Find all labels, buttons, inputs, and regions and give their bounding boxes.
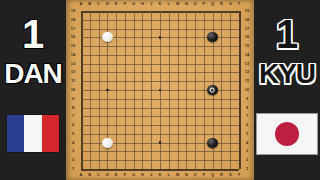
coordinate-label: M: [176, 2, 179, 6]
coordinate-label: B: [88, 173, 91, 177]
board-intersection: [77, 148, 86, 156]
board-intersection: [156, 148, 165, 156]
board-intersection: [199, 156, 208, 164]
board-intersection: [218, 129, 227, 137]
board-intersection: [94, 15, 103, 23]
board-intersection: [130, 148, 139, 156]
board-intersection: [113, 32, 122, 43]
coordinate-label: 19: [245, 9, 249, 13]
board-intersection: [102, 148, 113, 156]
board-intersection: [226, 104, 235, 112]
coordinate-label: 4: [246, 141, 248, 145]
board-intersection: [94, 76, 103, 84]
coordinate-label: R: [220, 2, 223, 6]
board-intersection: [235, 165, 244, 173]
star-point: [106, 89, 109, 92]
coordinate-label: H: [141, 173, 144, 177]
board-intersection: [102, 95, 113, 103]
board-intersection: [113, 129, 122, 137]
board-intersection: [77, 95, 86, 103]
board-intersection: [235, 51, 244, 59]
board-intersection: [226, 32, 235, 43]
board-intersection: [130, 7, 139, 15]
board-intersection: [181, 112, 190, 120]
coordinate-label: 5: [72, 132, 74, 136]
board-intersection: [173, 24, 182, 32]
coordinate-label: 15: [71, 44, 75, 48]
board-intersection: [102, 85, 113, 96]
coordinate-label: N: [185, 2, 188, 6]
board-intersection: [181, 95, 190, 103]
coordinate-label: 17: [71, 27, 75, 31]
board-intersection: [156, 68, 165, 76]
board-intersection: [181, 24, 190, 32]
board-intersection: [147, 24, 156, 32]
board-intersection: [94, 148, 103, 156]
board-intersection: [77, 7, 86, 15]
coordinate-label: L: [168, 2, 170, 6]
board-intersection: [156, 24, 165, 32]
board-intersection: [190, 51, 199, 59]
board-intersection: [130, 95, 139, 103]
board-intersection: [199, 51, 208, 59]
board-intersection: [199, 42, 208, 50]
coordinate-label: 11: [245, 79, 249, 83]
board-intersection: [181, 85, 190, 96]
board-intersection: [94, 121, 103, 129]
board-intersection: [199, 15, 208, 23]
board-intersection: [77, 112, 86, 120]
board-intersection: [199, 24, 208, 32]
board-intersection: [190, 32, 199, 43]
board-intersection: [235, 148, 244, 156]
black-stone: [207, 138, 218, 149]
board-intersection: [164, 32, 173, 43]
board-intersection: [190, 85, 199, 96]
star-point: [159, 141, 162, 144]
board-intersection: [156, 165, 165, 173]
board-intersection: [218, 85, 227, 96]
board-intersection: [218, 51, 227, 59]
board-intersection: [207, 121, 218, 129]
right-player-panel: 1 KYU: [254, 0, 320, 180]
board-intersection: [199, 138, 208, 149]
board-intersection: [130, 165, 139, 173]
board-intersection: [207, 59, 218, 67]
board-intersection: [218, 112, 227, 120]
board-intersection: [113, 148, 122, 156]
right-rank-number: 1: [254, 14, 320, 54]
board-intersection: [181, 7, 190, 15]
board-intersection: [190, 68, 199, 76]
board-intersection: [121, 138, 130, 149]
board-intersection: [226, 85, 235, 96]
board-intersection: [113, 24, 122, 32]
board-intersection: [139, 148, 148, 156]
board-intersection: [156, 104, 165, 112]
board-intersection: [139, 42, 148, 50]
board-intersection: [218, 156, 227, 164]
board-intersection: [113, 15, 122, 23]
coordinate-label: J: [150, 2, 152, 6]
board-intersection: [226, 138, 235, 149]
board-intersection: [173, 165, 182, 173]
board-intersection: [77, 104, 86, 112]
board-intersection: [226, 156, 235, 164]
board-intersection: [113, 112, 122, 120]
black-stone: [207, 85, 218, 96]
coordinate-label: R: [220, 173, 223, 177]
coordinate-label: G: [132, 173, 135, 177]
coordinate-label: 4: [72, 141, 74, 145]
board-intersection: [113, 121, 122, 129]
board-intersection: [190, 121, 199, 129]
board-intersection: [173, 104, 182, 112]
board-intersection: [85, 59, 94, 67]
coordinate-label: 8: [246, 106, 248, 110]
board-intersection: [85, 7, 94, 15]
board-intersection: [226, 68, 235, 76]
coordinate-label: 19: [71, 9, 75, 13]
board-intersection: [77, 129, 86, 137]
coordinate-label: 6: [246, 123, 248, 127]
board-intersection: [85, 156, 94, 164]
coordinate-label: 2: [72, 158, 74, 162]
board-intersection: [226, 59, 235, 67]
coordinate-label: K: [159, 2, 162, 6]
board-intersection: [164, 121, 173, 129]
board-intersection: [218, 7, 227, 15]
coordinate-label: 5: [246, 132, 248, 136]
board-intersection: [226, 15, 235, 23]
board-intersection: [190, 7, 199, 15]
board-intersection: [113, 156, 122, 164]
board-intersection: [190, 112, 199, 120]
board-intersection: [218, 15, 227, 23]
coordinate-label: T: [238, 173, 240, 177]
board-intersection: [130, 15, 139, 23]
board-intersection: [94, 85, 103, 96]
board-intersection: [85, 112, 94, 120]
coordinate-label: O: [194, 2, 197, 6]
board-intersection: [139, 129, 148, 137]
board-intersection: [164, 42, 173, 50]
board-intersection: [94, 24, 103, 32]
board-intersection: [121, 156, 130, 164]
board-intersection: [235, 85, 244, 96]
board-intersection: [102, 112, 113, 120]
france-flag-red-stripe: [42, 115, 59, 152]
board-intersection: [199, 76, 208, 84]
coordinate-label: 7: [72, 114, 74, 118]
board-intersection: [199, 121, 208, 129]
board-intersection: [173, 32, 182, 43]
board-intersection: [102, 104, 113, 112]
board-intersection: [199, 148, 208, 156]
board-intersection: [173, 15, 182, 23]
board-intersection: [130, 32, 139, 43]
coordinate-label: 7: [246, 114, 248, 118]
board-intersection: [164, 59, 173, 67]
board-intersection: [147, 156, 156, 164]
coordinate-label: F: [124, 2, 126, 6]
board-intersection: [156, 121, 165, 129]
board-intersection: [235, 68, 244, 76]
coordinate-label: 14: [245, 53, 249, 57]
coordinate-label: 3: [246, 149, 248, 153]
coordinate-label: A: [80, 173, 83, 177]
board-intersection: [164, 104, 173, 112]
board-intersection: [164, 15, 173, 23]
board-intersection: [102, 165, 113, 173]
board-intersection: [164, 85, 173, 96]
board-intersection: [218, 42, 227, 50]
board-intersection: [207, 112, 218, 120]
coordinate-label: B: [88, 2, 91, 6]
board-intersection: [190, 138, 199, 149]
board-intersection: [235, 76, 244, 84]
board-intersection: [235, 138, 244, 149]
star-point: [159, 89, 162, 92]
coordinate-label: C: [97, 173, 100, 177]
coordinate-label: O: [194, 173, 197, 177]
board-intersection: [235, 104, 244, 112]
board-intersection: [77, 32, 86, 43]
coordinate-label: A: [80, 2, 83, 6]
board-intersection: [190, 104, 199, 112]
board-intersection: [85, 85, 94, 96]
board-intersection: [85, 148, 94, 156]
board-intersection: [156, 156, 165, 164]
board-intersection: [226, 148, 235, 156]
board-intersection: [156, 32, 165, 43]
board-intersection: [121, 76, 130, 84]
coordinate-label: 3: [72, 149, 74, 153]
board-intersection: [94, 95, 103, 103]
board-intersection: [130, 68, 139, 76]
france-flag-blue-stripe: [7, 115, 24, 152]
board-intersection: [139, 95, 148, 103]
board-intersection: [226, 76, 235, 84]
board-intersection: [199, 68, 208, 76]
board-intersection: [190, 148, 199, 156]
coordinate-label: P: [203, 173, 206, 177]
board-intersection: [181, 59, 190, 67]
board-intersection: [207, 138, 218, 149]
board-intersection: [164, 165, 173, 173]
board-intersection: [164, 148, 173, 156]
board-intersection: [102, 59, 113, 67]
coordinate-label: Q: [211, 173, 214, 177]
board-intersection: [164, 76, 173, 84]
board-intersection: [139, 138, 148, 149]
board-intersection: [113, 68, 122, 76]
board-intersection: [77, 51, 86, 59]
board-intersection: [164, 138, 173, 149]
coordinate-label: H: [141, 2, 144, 6]
board-intersection: [102, 76, 113, 84]
board-intersection: [147, 15, 156, 23]
board-intersection: [102, 156, 113, 164]
coordinate-label: F: [124, 173, 126, 177]
white-stone: [102, 138, 113, 149]
coordinate-label: D: [106, 173, 109, 177]
board-intersection: [173, 51, 182, 59]
board-intersection: [102, 68, 113, 76]
board-intersection: [190, 42, 199, 50]
board-intersection: [130, 24, 139, 32]
board-intersection: [130, 138, 139, 149]
board-intersection: [199, 59, 208, 67]
board-intersection: [85, 68, 94, 76]
board-intersection: [164, 7, 173, 15]
right-rank-label: KYU: [254, 60, 320, 88]
board-intersection: [85, 138, 94, 149]
board-intersection: [207, 24, 218, 32]
japan-flag: [256, 113, 318, 155]
board-intersection: [190, 129, 199, 137]
board-intersection: [94, 7, 103, 15]
board-intersection: [235, 129, 244, 137]
board-intersection: [147, 85, 156, 96]
board-intersection: [85, 32, 94, 43]
board-intersection: [94, 104, 103, 112]
board-intersection: [226, 51, 235, 59]
board-intersection: [173, 59, 182, 67]
board-intersection: [190, 95, 199, 103]
board-intersection: [226, 24, 235, 32]
board-intersection: [156, 42, 165, 50]
board-intersection: [173, 138, 182, 149]
coordinate-label: S: [229, 2, 232, 6]
coordinate-label: 9: [246, 97, 248, 101]
board-intersection: [130, 112, 139, 120]
go-board: AABBCCDDEEFFGGHHJJKKLLMMNNOOPPQQRRSSTT19…: [66, 0, 254, 180]
board-intersection: [190, 156, 199, 164]
board-intersection: [77, 138, 86, 149]
board-intersection: [207, 129, 218, 137]
board-intersection: [102, 51, 113, 59]
board-intersection: [164, 68, 173, 76]
board-intersection: [121, 7, 130, 15]
board-intersection: [164, 95, 173, 103]
board-intersection: [173, 148, 182, 156]
board-intersection: [139, 59, 148, 67]
board-intersection: [94, 138, 103, 149]
board-intersection: [181, 148, 190, 156]
board-intersection: [147, 32, 156, 43]
board-intersection: [218, 148, 227, 156]
board-intersection: [181, 68, 190, 76]
board-intersection: [85, 51, 94, 59]
board-intersection: [147, 59, 156, 67]
board-intersection: [218, 32, 227, 43]
coordinate-label: 11: [71, 79, 75, 83]
board-intersection: [94, 129, 103, 137]
board-intersection: [164, 112, 173, 120]
board-intersection: [235, 7, 244, 15]
board-intersection: [181, 76, 190, 84]
board-intersection: [113, 59, 122, 67]
board-intersection: [173, 156, 182, 164]
board-intersection: [218, 68, 227, 76]
board-intersection: [139, 76, 148, 84]
board-intersection: [199, 104, 208, 112]
board-intersection: [113, 85, 122, 96]
france-flag-white-stripe: [24, 115, 41, 152]
board-intersection: [181, 129, 190, 137]
board-intersection: [173, 7, 182, 15]
board-intersection: [181, 156, 190, 164]
coordinate-label: S: [229, 173, 232, 177]
board-intersection: [130, 51, 139, 59]
board-intersection: [121, 121, 130, 129]
board-intersection: [181, 104, 190, 112]
board-intersection: [173, 85, 182, 96]
board-intersection: [121, 59, 130, 67]
board-intersection: [156, 15, 165, 23]
board-intersection: [85, 95, 94, 103]
board-intersection: [102, 42, 113, 50]
board-intersection: [139, 112, 148, 120]
board-intersection: [121, 104, 130, 112]
board-intersection: [199, 95, 208, 103]
board-intersection: [113, 95, 122, 103]
board-intersection: [164, 24, 173, 32]
board-intersection: [207, 51, 218, 59]
board-intersection: [77, 76, 86, 84]
board-intersection: [113, 104, 122, 112]
board-intersection: [77, 68, 86, 76]
coordinate-label: 1: [246, 167, 248, 171]
coordinate-label: M: [176, 173, 179, 177]
board-intersection: [207, 15, 218, 23]
board-intersection: [156, 59, 165, 67]
board-intersection: [226, 121, 235, 129]
board-intersection: [173, 68, 182, 76]
board-intersections: [77, 7, 244, 174]
board-intersection: [147, 68, 156, 76]
board-intersection: [121, 165, 130, 173]
board-intersection: [77, 42, 86, 50]
board-intersection: [121, 15, 130, 23]
board-intersection: [130, 121, 139, 129]
board-intersection: [139, 104, 148, 112]
board-intersection: [121, 85, 130, 96]
coordinate-label: 6: [72, 123, 74, 127]
board-intersection: [235, 42, 244, 50]
board-intersection: [226, 129, 235, 137]
board-intersection: [218, 95, 227, 103]
board-intersection: [102, 24, 113, 32]
board-intersection: [235, 112, 244, 120]
coordinate-label: 14: [71, 53, 75, 57]
board-intersection: [147, 95, 156, 103]
board-intersection: [121, 32, 130, 43]
coordinate-label: 13: [245, 62, 249, 66]
board-intersection: [77, 165, 86, 173]
board-intersection: [77, 24, 86, 32]
coordinate-label: N: [185, 173, 188, 177]
japan-flag-sun-disc: [275, 122, 299, 146]
board-intersection: [139, 51, 148, 59]
board-intersection: [102, 138, 113, 149]
board-intersection: [130, 59, 139, 67]
board-intersection: [207, 104, 218, 112]
white-stone: [102, 32, 113, 43]
coordinate-label: 15: [245, 44, 249, 48]
board-intersection: [147, 112, 156, 120]
